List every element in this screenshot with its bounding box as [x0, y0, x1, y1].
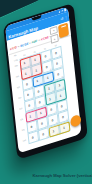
caption: Karnaugh Map Solver (vertically) [0, 167, 92, 184]
cell-value: 1 [49, 97, 51, 101]
cell-value: 0 [55, 51, 57, 55]
minterm-index: 20 [67, 129, 69, 131]
cell-value: 0 [26, 82, 28, 86]
cell-value: 1 [35, 68, 37, 72]
cell-value: 1 [60, 94, 62, 98]
phone-mockup: Karnaugh Map ↺ ⋮ A'C'D' + BC'DE + ADE' +… [3, 3, 88, 160]
solve-button-icon [61, 25, 66, 28]
cell-value: 1 [34, 58, 36, 62]
cell-value: 1 [53, 129, 55, 133]
minterm-index: 12 [46, 135, 48, 137]
kmap-cell-m20[interactable]: 120 [58, 121, 70, 135]
overflow-menu-icon[interactable]: ⋮ [64, 15, 66, 20]
cell-value: 1 [40, 111, 42, 115]
phone-screen: Karnaugh Map ↺ ⋮ A'C'D' + BC'DE + ADE' +… [5, 7, 81, 154]
kmap-area: ABCDE00011110000101802401600111190250170… [12, 42, 71, 147]
stepper-label: + [53, 37, 55, 41]
cell-value: 1 [30, 114, 32, 118]
undo-icon[interactable]: ↺ [60, 16, 62, 21]
cell-value: 1 [48, 86, 50, 90]
cell-value: 0 [28, 103, 30, 107]
minterm-index: 4 [36, 139, 37, 141]
cell-value: 1 [37, 79, 39, 83]
wifi-icon [61, 10, 64, 12]
cell-value: 0 [39, 100, 41, 104]
promo-image: Karnaugh Map ↺ ⋮ A'C'D' + BC'DE + ADE' +… [0, 0, 92, 184]
corner-label-top: AB [14, 55, 17, 57]
cell-value: 0 [61, 104, 63, 108]
cell-value: 0 [46, 65, 48, 69]
cell-value: 0 [41, 122, 43, 126]
battery-icon [65, 8, 67, 11]
cell-value: 0 [62, 115, 64, 119]
cell-value: 1 [59, 83, 61, 87]
cell-value: 0 [38, 90, 40, 94]
cell-value: 0 [45, 54, 47, 58]
cell-value: 1 [63, 126, 65, 130]
stepper-label: + [52, 29, 54, 33]
cell-value: 0 [52, 118, 54, 122]
cell-value: 0 [31, 125, 33, 129]
variable-steppers: ++ [49, 26, 58, 44]
solve-button[interactable] [58, 22, 69, 38]
expression-term: BC'DE [20, 42, 29, 48]
expression-term: A'CDE [40, 36, 49, 42]
cell-value: 0 [27, 93, 29, 97]
cell-value: 1 [47, 76, 49, 80]
cell-value: 0 [56, 62, 58, 66]
cell-value: 0 [32, 135, 34, 139]
kmap-grid: ABCDE00011110000101802401600111190250170… [12, 42, 71, 147]
cell-value: 0 [57, 72, 59, 76]
cell-value: 1 [24, 61, 26, 65]
cell-value: 0 [50, 108, 52, 112]
cell-value: 1 [25, 71, 27, 75]
cell-value: 0 [42, 132, 44, 136]
minterm-index: 28 [56, 132, 58, 134]
